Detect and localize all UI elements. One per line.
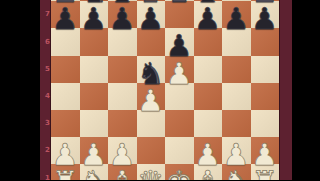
square-c2: ♟ xyxy=(108,137,137,164)
black-pawn-h7: ♟ xyxy=(251,5,278,32)
square-a1: ♜ xyxy=(51,164,80,180)
square-e1: ♚ xyxy=(165,164,194,180)
square-h3 xyxy=(251,110,280,137)
white-rook-a1: ♜ xyxy=(52,168,79,180)
black-king-e8: ♚ xyxy=(166,0,193,5)
black-pawn-a7: ♟ xyxy=(52,5,79,32)
rank-label-4: 4 xyxy=(44,93,51,100)
white-bishop-f1: ♝ xyxy=(194,168,221,180)
square-e6: ♟ xyxy=(165,28,194,55)
white-king-e1: ♚ xyxy=(166,168,193,180)
square-b2: ♟ xyxy=(80,137,109,164)
square-a3 xyxy=(51,110,80,137)
square-b4 xyxy=(80,83,109,110)
square-a4 xyxy=(51,83,80,110)
chess-board: ♜♞♝♛♚♝♜♟♟♟♟♟♟♟♟♞♟♟♟♟♟♟♟♟♜♞♝♛♚♝♞♜ xyxy=(51,0,279,180)
square-c3 xyxy=(108,110,137,137)
rank-label-1: 1 xyxy=(44,175,51,181)
square-f3 xyxy=(194,110,223,137)
square-h1: ♜ xyxy=(251,164,280,180)
square-g7: ♟ xyxy=(222,1,251,28)
black-pawn-c7: ♟ xyxy=(109,5,136,32)
white-rook-h1: ♜ xyxy=(251,168,278,180)
white-pawn-d4: ♟ xyxy=(137,86,164,113)
square-h4 xyxy=(251,83,280,110)
square-f7: ♟ xyxy=(194,1,223,28)
board-frame: ♜♞♝♛♚♝♜♟♟♟♟♟♟♟♟♞♟♟♟♟♟♟♟♟♜♞♝♛♚♝♞♜ 7654321 xyxy=(40,0,292,180)
square-b3 xyxy=(80,110,109,137)
square-c7: ♟ xyxy=(108,1,137,28)
square-h5 xyxy=(251,56,280,83)
square-e8: ♚ xyxy=(165,0,194,1)
square-a2: ♟ xyxy=(51,137,80,164)
square-d4: ♟ xyxy=(137,83,166,110)
square-g1: ♞ xyxy=(222,164,251,180)
square-h7: ♟ xyxy=(251,1,280,28)
square-f2: ♟ xyxy=(194,137,223,164)
square-e2 xyxy=(165,137,194,164)
rank-label-3: 3 xyxy=(44,120,51,127)
rank-label-5: 5 xyxy=(44,66,51,73)
rank-label-7: 7 xyxy=(44,11,51,18)
square-c5 xyxy=(108,56,137,83)
square-d2 xyxy=(137,137,166,164)
white-bishop-c1: ♝ xyxy=(109,168,136,180)
white-queen-d1: ♛ xyxy=(137,168,164,180)
square-b5 xyxy=(80,56,109,83)
square-g2: ♟ xyxy=(222,137,251,164)
square-g3 xyxy=(222,110,251,137)
square-e3 xyxy=(165,110,194,137)
black-pawn-d7: ♟ xyxy=(137,5,164,32)
rank-label-6: 6 xyxy=(44,39,51,46)
square-f5 xyxy=(194,56,223,83)
square-d1: ♛ xyxy=(137,164,166,180)
square-f4 xyxy=(194,83,223,110)
square-g4 xyxy=(222,83,251,110)
black-pawn-b7: ♟ xyxy=(80,5,107,32)
square-d7: ♟ xyxy=(137,1,166,28)
white-pawn-e5: ♟ xyxy=(166,59,193,86)
white-knight-g1: ♞ xyxy=(223,168,250,180)
square-b1: ♞ xyxy=(80,164,109,180)
video-frame-background: ♜♞♝♛♚♝♜♟♟♟♟♟♟♟♟♞♟♟♟♟♟♟♟♟♜♞♝♛♚♝♞♜ 7654321 xyxy=(0,0,320,180)
square-a5 xyxy=(51,56,80,83)
rank-label-2: 2 xyxy=(44,147,51,154)
square-e5: ♟ xyxy=(165,56,194,83)
square-f1: ♝ xyxy=(194,164,223,180)
white-knight-b1: ♞ xyxy=(80,168,107,180)
black-pawn-g7: ♟ xyxy=(223,5,250,32)
square-c4 xyxy=(108,83,137,110)
square-h2: ♟ xyxy=(251,137,280,164)
square-c1: ♝ xyxy=(108,164,137,180)
square-g5 xyxy=(222,56,251,83)
square-d5: ♞ xyxy=(137,56,166,83)
square-b7: ♟ xyxy=(80,1,109,28)
square-a7: ♟ xyxy=(51,1,80,28)
black-pawn-f7: ♟ xyxy=(194,5,221,32)
